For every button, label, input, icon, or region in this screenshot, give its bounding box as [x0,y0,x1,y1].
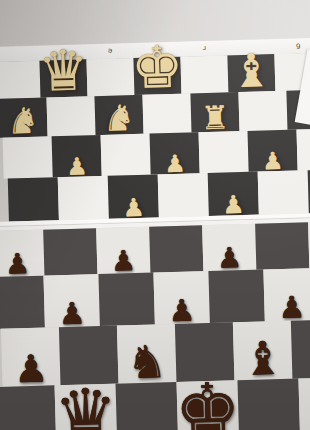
rank-row-6: ♟♟♟ [0,268,310,329]
square-c8 [298,377,310,430]
square-c6: ♟ [263,268,310,322]
square-c5 [255,222,309,269]
black-pawn-g6: ♟ [58,298,86,329]
square-f4: ♟ [108,174,159,218]
black-pawn-e6: ♟ [168,295,196,326]
square-e6: ♟ [153,271,209,325]
black-pawn-c6: ♟ [278,292,306,323]
square-e3: ♟ [150,132,200,174]
square-f1 [86,58,134,96]
square-g3: ♟ [52,135,102,177]
square-g5 [43,228,97,275]
square-f8 [116,382,179,430]
square-e5 [149,225,203,272]
square-f7: ♞ [117,324,177,384]
white-pawn-c3: ♟ [262,149,284,174]
square-d2: ♜ [190,92,239,132]
square-e2 [142,93,191,133]
square-d6 [208,269,264,323]
square-b3: ♝ [296,128,310,170]
white-bishop-c1: ♝ [230,47,273,94]
square-h5: ♟ [0,230,44,277]
white-knight-h2: ♞ [7,103,40,140]
square-c7 [291,319,310,379]
square-d7: ♝ [233,321,293,381]
square-d3 [199,131,249,173]
white-pawn-e3: ♟ [164,152,186,177]
square-h1 [0,61,41,99]
square-h3 [3,136,53,178]
square-e1: ♚ [133,57,181,95]
square-b4 [308,169,310,213]
chess-board: жегб ♛♚♝♞♞♜♟♟♟♝♟♟♟♟♟♟♟♟♟♞♝♛♚ [0,38,310,430]
rank-row-7: ♟♞♝ [1,320,310,387]
black-king-e8: ♚ [174,372,242,430]
black-queen-g8: ♛ [53,379,119,430]
square-h2: ♞ [0,97,48,137]
black-pawn-d5: ♟ [217,244,243,273]
white-pawn-d4: ♟ [222,192,245,218]
square-f5: ♟ [96,227,150,274]
square-f6 [98,273,154,327]
black-pawn-f5: ♟ [111,247,137,276]
black-pawn-h7: ♟ [14,350,49,389]
black-knight-f7: ♞ [126,339,168,385]
square-h6 [0,276,45,330]
square-e4 [158,173,209,217]
background-wall [0,0,310,44]
file-label-f: е [107,47,112,55]
white-knight-f2: ♞ [102,100,135,137]
square-h7: ♟ [1,327,61,387]
square-d1 [180,55,228,93]
file-label-b: б [295,41,300,49]
square-e8: ♚ [176,380,239,430]
square-f3 [101,134,151,176]
square-d8 [237,379,300,430]
white-rook-d2: ♜ [200,101,230,134]
square-e7 [175,322,235,382]
rank-row-8: ♛♚ [0,378,310,430]
square-g2 [47,96,96,136]
black-pawn-h5: ♟ [5,250,31,279]
square-g6: ♟ [43,274,99,328]
square-c4 [258,170,309,214]
square-h8 [0,385,56,430]
square-g1: ♛ [39,59,87,97]
square-g7 [59,326,119,386]
square-c3: ♟ [248,130,298,172]
square-d5: ♟ [202,224,256,271]
square-f2: ♞ [94,95,143,135]
white-pawn-f4: ♟ [122,195,145,221]
square-g8: ♛ [55,384,118,430]
square-b5 [308,221,310,268]
square-c2 [238,91,287,131]
chess-photo: жегб ♛♚♝♞♞♜♟♟♟♝♟♟♟♟♟♟♟♟♟♞♝♛♚ [0,0,310,430]
square-g4 [58,176,109,220]
square-h4 [8,177,59,221]
file-label-g: ж [59,48,66,56]
white-pawn-g3: ♟ [66,154,88,179]
square-d4: ♟ [208,172,259,216]
file-label-d: г [202,44,206,52]
square-c1: ♝ [227,54,275,92]
white-bishop-b3: ♝ [308,142,310,172]
black-bishop-d7: ♝ [242,335,285,382]
